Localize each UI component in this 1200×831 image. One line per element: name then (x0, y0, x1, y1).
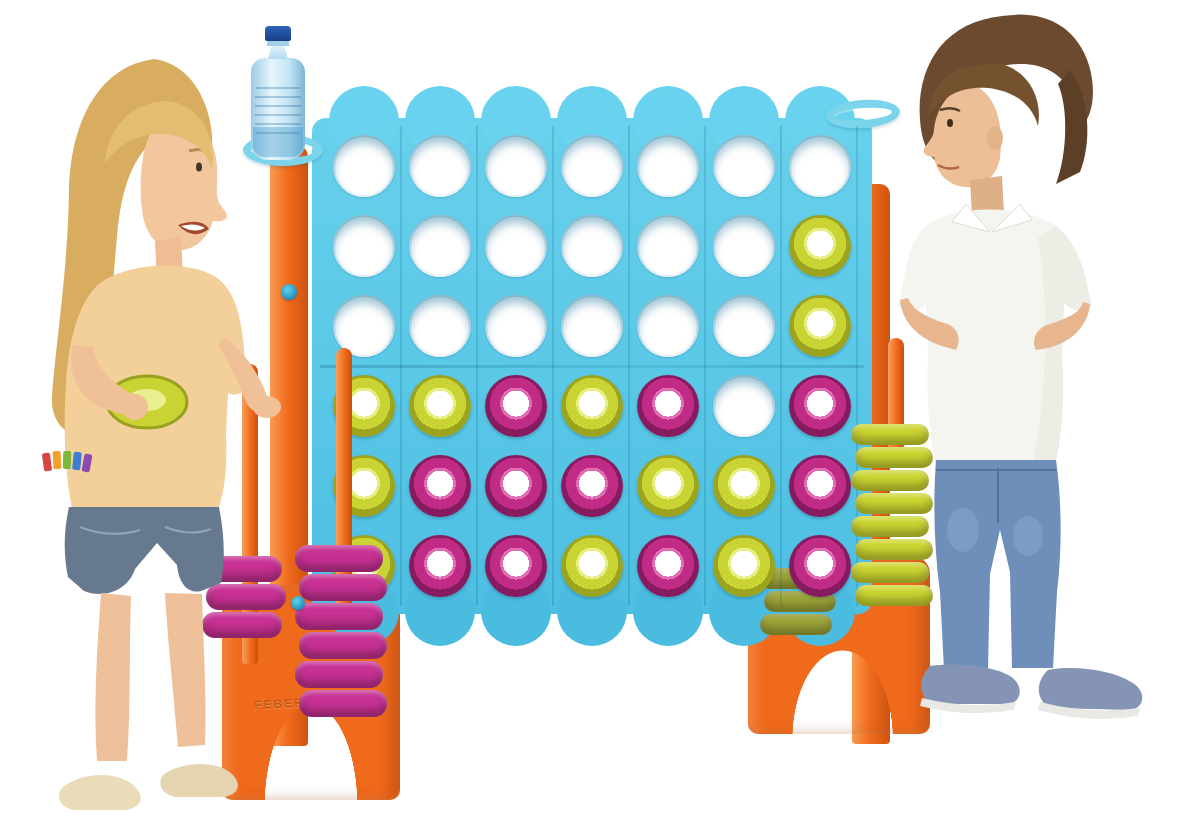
empty-hole (485, 215, 547, 277)
boy-jeans-wash-left (947, 508, 979, 552)
cell-r2c2 (402, 206, 478, 286)
magenta-stack-disc (295, 603, 383, 630)
empty-hole (333, 135, 395, 197)
bottle-cap (265, 26, 291, 41)
boy-jeans-wash-right (1013, 516, 1043, 556)
cell-r5c5 (630, 446, 706, 526)
empty-hole (637, 135, 699, 197)
cell-r2c5 (630, 206, 706, 286)
cell-r6c2 (402, 526, 478, 606)
cell-r1c5 (630, 126, 706, 206)
magenta-disc (789, 535, 851, 597)
girl-shorts (65, 507, 224, 594)
cell-r6c6 (706, 526, 782, 606)
cell-r6c4 (554, 526, 630, 606)
yellow-disc (561, 535, 623, 597)
cell-r2c1 (326, 206, 402, 286)
magenta-disc (409, 455, 471, 517)
magenta-disc (409, 535, 471, 597)
cell-r6c3 (478, 526, 554, 606)
empty-hole (637, 295, 699, 357)
cell-r2c4 (554, 206, 630, 286)
magenta-stack-disc (299, 690, 387, 717)
empty-hole (409, 215, 471, 277)
magenta-disc-stack-inner (295, 545, 389, 717)
yellow-disc (789, 295, 851, 357)
cell-r3c7 (782, 286, 858, 366)
girl-left-leg (95, 593, 131, 761)
cell-r1c7 (782, 126, 858, 206)
magenta-disc (485, 535, 547, 597)
girl-figure (5, 45, 305, 815)
empty-hole (409, 295, 471, 357)
cell-r4c6 (706, 366, 782, 446)
girl-right-shoe (160, 764, 238, 797)
cell-r3c5 (630, 286, 706, 366)
empty-hole (713, 215, 775, 277)
boy-left-sneaker (921, 664, 1020, 704)
magenta-disc (789, 455, 851, 517)
cell-r3c6 (706, 286, 782, 366)
magenta-disc (637, 535, 699, 597)
girl-eye (196, 163, 202, 172)
cell-r3c4 (554, 286, 630, 366)
empty-hole (713, 375, 775, 437)
girl-left-shoe (59, 775, 141, 810)
cell-r4c7 (782, 366, 858, 446)
yellow-disc (713, 455, 775, 517)
yellow-disc (789, 215, 851, 277)
cell-r4c2 (402, 366, 478, 446)
magenta-disc (485, 375, 547, 437)
empty-hole (333, 215, 395, 277)
cell-r5c6 (706, 446, 782, 526)
boy-eye (947, 119, 953, 127)
board-middle-seam (320, 365, 864, 368)
boy-right-sneaker (1039, 668, 1143, 710)
yellow-disc (409, 375, 471, 437)
magenta-stack-disc (299, 574, 387, 601)
yellow-stack-disc (760, 614, 832, 635)
empty-hole (713, 135, 775, 197)
cell-r1c6 (706, 126, 782, 206)
connect-four-board (312, 118, 872, 614)
cell-r1c4 (554, 126, 630, 206)
girl-right-leg (165, 593, 206, 747)
cell-r2c3 (478, 206, 554, 286)
cell-r5c4 (554, 446, 630, 526)
cell-r4c5 (630, 366, 706, 446)
yellow-disc (713, 535, 775, 597)
empty-hole (637, 215, 699, 277)
cell-r1c1 (326, 126, 402, 206)
cell-r4c3 (478, 366, 554, 446)
empty-hole (561, 135, 623, 197)
cell-r5c3 (478, 446, 554, 526)
boy-ear (987, 126, 1003, 150)
yellow-disc (561, 375, 623, 437)
magenta-stack-disc (295, 545, 383, 572)
empty-hole (561, 215, 623, 277)
girl-right-hand (253, 396, 281, 418)
empty-hole (485, 295, 547, 357)
cell-r5c7 (782, 446, 858, 526)
cell-r6c7 (782, 526, 858, 606)
cell-r2c7 (782, 206, 858, 286)
cell-r4c4 (554, 366, 630, 446)
boy-figure (860, 8, 1180, 738)
cell-r1c2 (402, 126, 478, 206)
magenta-disc (485, 455, 547, 517)
yellow-disc (637, 455, 699, 517)
magenta-disc (637, 375, 699, 437)
empty-hole (485, 135, 547, 197)
magenta-stack-disc (299, 632, 387, 659)
girl-left-hand (122, 394, 148, 420)
magenta-disc (561, 455, 623, 517)
cell-r5c2 (402, 446, 478, 526)
empty-hole (409, 135, 471, 197)
cell-r3c2 (402, 286, 478, 366)
cell-r2c6 (706, 206, 782, 286)
empty-hole (561, 295, 623, 357)
cell-r6c5 (630, 526, 706, 606)
cell-r3c3 (478, 286, 554, 366)
cell-r1c3 (478, 126, 554, 206)
magenta-disc (789, 375, 851, 437)
magenta-stack-disc (295, 661, 383, 688)
scene: FEBER (0, 0, 1200, 831)
empty-hole (789, 135, 851, 197)
empty-hole (713, 295, 775, 357)
